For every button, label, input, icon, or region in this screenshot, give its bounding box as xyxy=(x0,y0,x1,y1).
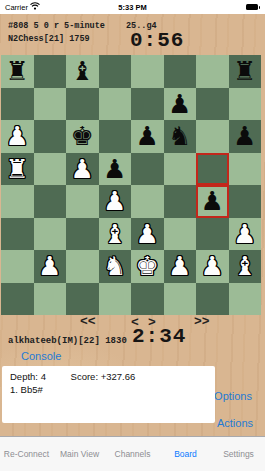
square-a8[interactable]: ♜ xyxy=(1,55,34,88)
square-d7[interactable] xyxy=(99,88,132,121)
square-d1[interactable] xyxy=(99,283,132,316)
black-pawn-d5: ♟ xyxy=(103,153,126,185)
square-b6[interactable] xyxy=(34,120,67,153)
square-b8[interactable] xyxy=(34,55,67,88)
square-h2[interactable]: ♝ xyxy=(229,250,262,283)
square-d2[interactable]: ♞ xyxy=(99,250,132,283)
square-e1[interactable] xyxy=(131,283,164,316)
white-king-e2: ♚ xyxy=(136,250,159,282)
black-pawn-f7: ♟ xyxy=(168,88,191,120)
square-f2[interactable]: ♟ xyxy=(164,250,197,283)
white-pawn-g2: ♟ xyxy=(201,250,224,282)
square-f7[interactable]: ♟ xyxy=(164,88,197,121)
square-b5[interactable] xyxy=(34,153,67,186)
white-bishop-d3: ♝ xyxy=(103,218,126,250)
white-pawn-d4: ♟ xyxy=(103,185,126,217)
square-g5[interactable] xyxy=(196,153,229,186)
chess-app-screen: Carrier 5:33 PM #808 5 0 r 5-minute 25..… xyxy=(0,0,265,471)
square-g7[interactable] xyxy=(196,88,229,121)
square-f5[interactable] xyxy=(164,153,197,186)
square-d8[interactable] xyxy=(99,55,132,88)
square-e5[interactable] xyxy=(131,153,164,186)
square-h7[interactable] xyxy=(229,88,262,121)
square-g3[interactable] xyxy=(196,218,229,251)
tab-main-view[interactable]: Main View xyxy=(53,437,106,471)
square-g2[interactable]: ♟ xyxy=(196,250,229,283)
tab-settings[interactable]: Settings xyxy=(212,437,265,471)
square-h1[interactable] xyxy=(229,283,262,316)
white-pawn-e3: ♟ xyxy=(136,218,159,250)
white-pawn-c5: ♟ xyxy=(71,153,94,185)
square-b3[interactable] xyxy=(34,218,67,251)
square-g4[interactable]: ♟ xyxy=(196,185,229,218)
engine-output-panel[interactable]: Depth: 4 Score: +327.66 1. Bb5# xyxy=(2,366,215,423)
white-knight-d2: ♞ xyxy=(103,250,126,282)
square-a2[interactable] xyxy=(1,250,34,283)
console-link[interactable]: Console xyxy=(21,350,61,362)
square-e3[interactable]: ♟ xyxy=(131,218,164,251)
white-pawn-b2: ♟ xyxy=(38,250,61,282)
square-e8[interactable] xyxy=(131,55,164,88)
forward-all-button[interactable]: >> xyxy=(194,314,210,329)
square-d6[interactable] xyxy=(99,120,132,153)
square-a5[interactable]: ♜ xyxy=(1,153,34,186)
square-e4[interactable] xyxy=(131,185,164,218)
bottom-player-clock: 2:34 xyxy=(132,325,186,348)
square-c3[interactable] xyxy=(66,218,99,251)
square-c8[interactable]: ♝ xyxy=(66,55,99,88)
black-king-c6: ♚ xyxy=(71,120,94,152)
square-h3[interactable]: ♟ xyxy=(229,218,262,251)
engine-best-line: 1. Bb5# xyxy=(10,384,215,395)
white-bishop-h2: ♝ xyxy=(233,250,256,282)
black-knight-f6: ♞ xyxy=(168,120,191,152)
top-player-clock: 0:56 xyxy=(130,29,184,52)
battery-icon xyxy=(246,4,261,11)
bottom-player-label: alkhateeb(IM)[22] 1830 xyxy=(8,336,127,346)
square-f4[interactable] xyxy=(164,185,197,218)
square-d3[interactable]: ♝ xyxy=(99,218,132,251)
square-h6[interactable]: ♟ xyxy=(229,120,262,153)
tab-board[interactable]: Board xyxy=(159,437,212,471)
status-time: 5:33 PM xyxy=(0,3,265,12)
square-a7[interactable] xyxy=(1,88,34,121)
black-pawn-g4: ♟ xyxy=(201,185,224,217)
square-a6[interactable]: ♟ xyxy=(1,120,34,153)
square-b7[interactable] xyxy=(34,88,67,121)
square-a4[interactable] xyxy=(1,185,34,218)
white-rook-a5: ♜ xyxy=(6,153,29,185)
black-bishop-c8: ♝ xyxy=(71,55,94,87)
square-e7[interactable] xyxy=(131,88,164,121)
square-f3[interactable] xyxy=(164,218,197,251)
square-h8[interactable]: ♜ xyxy=(229,55,262,88)
rewind-all-button[interactable]: << xyxy=(80,314,96,329)
white-pawn-a6: ♟ xyxy=(6,120,29,152)
square-c5[interactable]: ♟ xyxy=(66,153,99,186)
square-e2[interactable]: ♚ xyxy=(131,250,164,283)
square-c4[interactable] xyxy=(66,185,99,218)
square-g1[interactable] xyxy=(196,283,229,316)
actions-link[interactable]: Actions xyxy=(217,417,253,429)
square-b2[interactable]: ♟ xyxy=(34,250,67,283)
square-e6[interactable]: ♟ xyxy=(131,120,164,153)
game-info: #808 5 0 r 5-minute xyxy=(8,21,105,31)
black-rook-a8: ♜ xyxy=(6,55,29,87)
black-pawn-h6: ♟ xyxy=(233,120,256,152)
square-c1[interactable] xyxy=(66,283,99,316)
black-rook-h8: ♜ xyxy=(233,55,256,87)
square-g6[interactable] xyxy=(196,120,229,153)
tab-channels[interactable]: Channels xyxy=(106,437,159,471)
white-pawn-f2: ♟ xyxy=(168,250,191,282)
square-g8[interactable] xyxy=(196,55,229,88)
square-c6[interactable]: ♚ xyxy=(66,120,99,153)
options-link[interactable]: Options xyxy=(214,390,252,402)
white-pawn-h3: ♟ xyxy=(233,218,256,250)
square-b4[interactable] xyxy=(34,185,67,218)
tab-bar: Re-Connect Main View Channels Board Sett… xyxy=(0,436,265,471)
engine-depth: Depth: 4 xyxy=(10,371,46,382)
status-bar: Carrier 5:33 PM xyxy=(0,0,265,14)
square-h5[interactable] xyxy=(229,153,262,186)
top-player-label: N2Chess[21] 1759 xyxy=(8,34,90,44)
square-b1[interactable] xyxy=(34,283,67,316)
square-h4[interactable] xyxy=(229,185,262,218)
square-a3[interactable] xyxy=(1,218,34,251)
engine-score: Score: +327.66 xyxy=(71,371,136,382)
square-c7[interactable] xyxy=(66,88,99,121)
square-c2[interactable] xyxy=(66,250,99,283)
square-d4[interactable]: ♟ xyxy=(99,185,132,218)
square-d5[interactable]: ♟ xyxy=(99,153,132,186)
square-a1[interactable] xyxy=(1,283,34,316)
square-f8[interactable] xyxy=(164,55,197,88)
tab-reconnect[interactable]: Re-Connect xyxy=(0,437,53,471)
square-f6[interactable]: ♞ xyxy=(164,120,197,153)
chess-board[interactable]: ♜♝♜♟♟♚♟♞♟♜♟♟♟♟♝♟♟♟♞♚♟♟♝ xyxy=(1,55,261,315)
square-f1[interactable] xyxy=(164,283,197,316)
black-pawn-e6: ♟ xyxy=(136,120,159,152)
